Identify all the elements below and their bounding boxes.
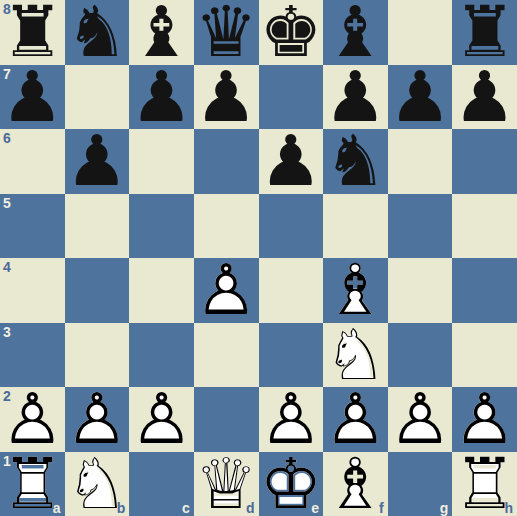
square-e4[interactable] [259,258,324,323]
square-a8[interactable]: 8♜ [0,0,65,65]
black-pawn[interactable]: ♟ [129,65,194,130]
square-h2[interactable]: ♟♙ [452,387,517,452]
square-f1[interactable]: f♝♗ [323,452,388,516]
rank-label-5: 5 [3,196,11,210]
square-g2[interactable]: ♟♙ [388,387,453,452]
square-h1[interactable]: h♜♖ [452,452,517,516]
square-c8[interactable]: ♝ [129,0,194,65]
square-h4[interactable] [452,258,517,323]
white-knight-outline: ♘ [65,452,130,516]
square-d7[interactable]: ♟ [194,65,259,130]
square-d4[interactable]: ♟♙ [194,258,259,323]
square-g7[interactable]: ♟ [388,65,453,130]
square-d1[interactable]: d♛♕ [194,452,259,516]
black-rook[interactable]: ♜ [452,0,517,65]
white-pawn-outline: ♙ [129,387,194,452]
white-pawn-outline: ♙ [323,387,388,452]
black-king[interactable]: ♚ [259,0,324,65]
black-rook[interactable]: ♜ [0,0,65,65]
chess-board: 8♜♞♝♛♚♝♜7♟♟♟♟♟♟6♟♟♞54♟♙♝♗3♞♘2♟♙♟♙♟♙♟♙♟♙♟… [0,0,517,516]
square-d8[interactable]: ♛ [194,0,259,65]
square-a7[interactable]: 7♟ [0,65,65,130]
square-e1[interactable]: e♚♔ [259,452,324,516]
square-b1[interactable]: b♞♘ [65,452,130,516]
square-a5[interactable]: 5 [0,194,65,259]
black-knight[interactable]: ♞ [323,129,388,194]
square-d6[interactable] [194,129,259,194]
white-pawn-outline: ♙ [194,258,259,323]
white-rook-outline: ♖ [0,452,65,516]
black-knight[interactable]: ♞ [65,0,130,65]
square-d3[interactable] [194,323,259,388]
black-pawn[interactable]: ♟ [259,129,324,194]
black-pawn[interactable]: ♟ [0,65,65,130]
black-pawn[interactable]: ♟ [452,65,517,130]
black-pawn[interactable]: ♟ [194,65,259,130]
white-pawn-outline: ♙ [452,387,517,452]
black-bishop[interactable]: ♝ [129,0,194,65]
square-a4[interactable]: 4 [0,258,65,323]
square-a6[interactable]: 6 [0,129,65,194]
square-b6[interactable]: ♟ [65,129,130,194]
square-c7[interactable]: ♟ [129,65,194,130]
rank-label-4: 4 [3,260,11,274]
square-c4[interactable] [129,258,194,323]
square-f8[interactable]: ♝ [323,0,388,65]
black-pawn[interactable]: ♟ [388,65,453,130]
file-label-c: c [182,501,190,515]
square-b2[interactable]: ♟♙ [65,387,130,452]
white-pawn-outline: ♙ [65,387,130,452]
black-queen[interactable]: ♛ [194,0,259,65]
white-bishop-outline: ♗ [323,258,388,323]
black-bishop[interactable]: ♝ [323,0,388,65]
square-g1[interactable]: g [388,452,453,516]
square-e6[interactable]: ♟ [259,129,324,194]
white-pawn-outline: ♙ [259,387,324,452]
square-e8[interactable]: ♚ [259,0,324,65]
square-h7[interactable]: ♟ [452,65,517,130]
file-label-g: g [440,501,449,515]
square-g8[interactable] [388,0,453,65]
square-a2[interactable]: 2♟♙ [0,387,65,452]
white-queen-outline: ♕ [194,452,259,516]
square-b8[interactable]: ♞ [65,0,130,65]
square-g6[interactable] [388,129,453,194]
white-pawn-outline: ♙ [388,387,453,452]
square-c1[interactable]: c [129,452,194,516]
white-king-outline: ♔ [259,452,324,516]
square-b4[interactable] [65,258,130,323]
black-pawn[interactable]: ♟ [65,129,130,194]
square-c5[interactable] [129,194,194,259]
square-e2[interactable]: ♟♙ [259,387,324,452]
square-e5[interactable] [259,194,324,259]
square-d2[interactable] [194,387,259,452]
square-f4[interactable]: ♝♗ [323,258,388,323]
square-h5[interactable] [452,194,517,259]
square-h8[interactable]: ♜ [452,0,517,65]
white-bishop-outline: ♗ [323,452,388,516]
white-pawn-outline: ♙ [0,387,65,452]
square-g4[interactable] [388,258,453,323]
rank-label-3: 3 [3,325,11,339]
square-g5[interactable] [388,194,453,259]
square-f2[interactable]: ♟♙ [323,387,388,452]
square-f6[interactable]: ♞ [323,129,388,194]
square-c2[interactable]: ♟♙ [129,387,194,452]
square-c6[interactable] [129,129,194,194]
square-a1[interactable]: 1a♜♖ [0,452,65,516]
square-b5[interactable] [65,194,130,259]
square-h6[interactable] [452,129,517,194]
white-rook-outline: ♖ [452,452,517,516]
